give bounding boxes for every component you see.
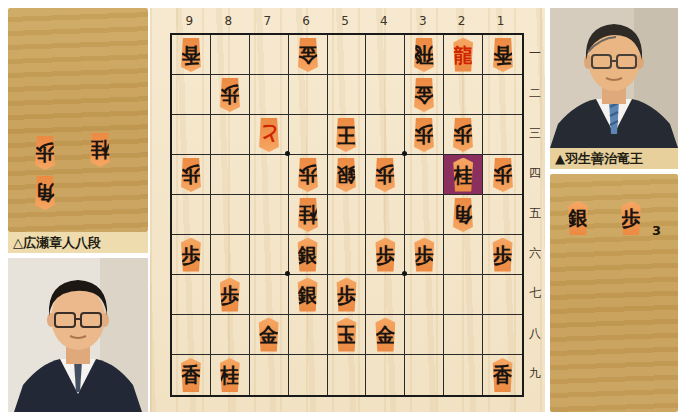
rank-label-八: 八 bbox=[527, 313, 543, 353]
square-2一[interactable]: 龍 bbox=[444, 35, 483, 75]
hoshi-dot bbox=[285, 271, 290, 276]
square-6五[interactable]: 桂 bbox=[289, 195, 328, 235]
shogi-board: 香金飛龍香歩金と王歩歩歩歩銀歩桂歩桂角歩銀歩歩歩歩銀歩金玉金香桂香 bbox=[170, 33, 524, 397]
piece-桂[interactable]: 桂 bbox=[293, 198, 323, 232]
square-9四[interactable]: 歩 bbox=[172, 155, 211, 195]
piece-香[interactable]: 香 bbox=[488, 358, 518, 392]
piece-歩[interactable]: 歩 bbox=[370, 238, 400, 272]
piece-金[interactable]: 金 bbox=[370, 318, 400, 352]
square-8四[interactable] bbox=[211, 155, 250, 195]
square-2七[interactable] bbox=[444, 275, 483, 315]
rank-label-六: 六 bbox=[527, 233, 543, 273]
piece-金[interactable]: 金 bbox=[409, 78, 439, 112]
hand-piece-歩[interactable]: 歩 bbox=[30, 136, 60, 170]
square-5二[interactable] bbox=[328, 75, 367, 115]
hand-piece-銀[interactable]: 銀 bbox=[563, 201, 593, 235]
square-1八[interactable] bbox=[483, 315, 522, 355]
square-1六[interactable]: 歩 bbox=[483, 235, 522, 275]
piece-と[interactable]: と bbox=[254, 118, 284, 152]
gote-player-label: △広瀬章人八段 bbox=[8, 232, 148, 253]
square-9七[interactable] bbox=[172, 275, 211, 315]
square-7二[interactable] bbox=[250, 75, 289, 115]
square-5一[interactable] bbox=[328, 35, 367, 75]
piece-金[interactable]: 金 bbox=[293, 38, 323, 72]
piece-玉[interactable]: 玉 bbox=[331, 318, 361, 352]
square-2四[interactable]: 桂 bbox=[444, 155, 483, 195]
gote-hand-stand: 歩桂角 bbox=[8, 8, 148, 232]
square-2八[interactable] bbox=[444, 315, 483, 355]
square-2九[interactable] bbox=[444, 355, 483, 395]
file-label-9: 9 bbox=[170, 14, 209, 32]
square-2二[interactable] bbox=[444, 75, 483, 115]
file-label-4: 4 bbox=[364, 14, 403, 32]
hand-piece-count: 3 bbox=[652, 223, 661, 238]
hoshi-dot bbox=[402, 151, 407, 156]
square-8二[interactable]: 歩 bbox=[211, 75, 250, 115]
square-6八[interactable] bbox=[289, 315, 328, 355]
piece-角[interactable]: 角 bbox=[448, 198, 478, 232]
square-5九[interactable] bbox=[328, 355, 367, 395]
square-7八[interactable]: 金 bbox=[250, 315, 289, 355]
square-6二[interactable] bbox=[289, 75, 328, 115]
gote-player-photo bbox=[8, 258, 148, 412]
sente-player-photo bbox=[550, 8, 678, 148]
square-4六[interactable]: 歩 bbox=[366, 235, 405, 275]
file-label-2: 2 bbox=[442, 14, 481, 32]
square-2三[interactable]: 歩 bbox=[444, 115, 483, 155]
square-1三[interactable] bbox=[483, 115, 522, 155]
file-label-1: 1 bbox=[481, 14, 520, 32]
square-6六[interactable]: 銀 bbox=[289, 235, 328, 275]
square-5七[interactable]: 歩 bbox=[328, 275, 367, 315]
rank-label-九: 九 bbox=[527, 353, 543, 393]
square-3五[interactable] bbox=[405, 195, 444, 235]
square-4三[interactable] bbox=[366, 115, 405, 155]
piece-歩[interactable]: 歩 bbox=[176, 158, 206, 192]
square-3九[interactable] bbox=[405, 355, 444, 395]
piece-銀[interactable]: 銀 bbox=[293, 238, 323, 272]
square-9六[interactable]: 歩 bbox=[172, 235, 211, 275]
file-label-6: 6 bbox=[287, 14, 326, 32]
piece-香[interactable]: 香 bbox=[176, 38, 206, 72]
piece-王[interactable]: 王 bbox=[331, 118, 361, 152]
hand-piece-桂[interactable]: 桂 bbox=[85, 133, 115, 167]
square-6三[interactable] bbox=[289, 115, 328, 155]
square-1四[interactable]: 歩 bbox=[483, 155, 522, 195]
piece-歩[interactable]: 歩 bbox=[176, 238, 206, 272]
rank-label-四: 四 bbox=[527, 153, 543, 193]
rank-coordinates: 一二三四五六七八九 bbox=[527, 33, 543, 393]
file-label-3: 3 bbox=[403, 14, 442, 32]
square-3三[interactable]: 歩 bbox=[405, 115, 444, 155]
piece-歩[interactable]: 歩 bbox=[215, 278, 245, 312]
square-5六[interactable] bbox=[328, 235, 367, 275]
rank-label-一: 一 bbox=[527, 33, 543, 73]
piece-桂[interactable]: 桂 bbox=[215, 358, 245, 392]
rank-label-五: 五 bbox=[527, 193, 543, 233]
file-coordinates: 987654321 bbox=[170, 14, 520, 32]
square-9五[interactable] bbox=[172, 195, 211, 235]
shogi-broadcast-view: 歩桂角 △広瀬章人八段 987654321 一二三四五六七八九 香金飛龍香歩金と… bbox=[0, 0, 686, 420]
square-9二[interactable] bbox=[172, 75, 211, 115]
piece-歩[interactable]: 歩 bbox=[409, 238, 439, 272]
sente-player-label: ▲羽生善治竜王 bbox=[550, 148, 678, 169]
file-label-5: 5 bbox=[326, 14, 365, 32]
square-7四[interactable] bbox=[250, 155, 289, 195]
square-8一[interactable] bbox=[211, 35, 250, 75]
square-3四[interactable] bbox=[405, 155, 444, 195]
board-panel: 987654321 一二三四五六七八九 香金飛龍香歩金と王歩歩歩歩銀歩桂歩桂角歩… bbox=[150, 8, 545, 412]
piece-銀[interactable]: 銀 bbox=[331, 158, 361, 192]
square-7五[interactable] bbox=[250, 195, 289, 235]
piece-飛[interactable]: 飛 bbox=[409, 38, 439, 72]
square-7三[interactable]: と bbox=[250, 115, 289, 155]
square-3六[interactable]: 歩 bbox=[405, 235, 444, 275]
piece-歩[interactable]: 歩 bbox=[370, 158, 400, 192]
square-6九[interactable] bbox=[289, 355, 328, 395]
square-4一[interactable] bbox=[366, 35, 405, 75]
gote-portrait-illustration bbox=[8, 258, 148, 412]
piece-香[interactable]: 香 bbox=[488, 38, 518, 72]
square-1二[interactable] bbox=[483, 75, 522, 115]
square-1五[interactable] bbox=[483, 195, 522, 235]
square-8五[interactable] bbox=[211, 195, 250, 235]
square-4七[interactable] bbox=[366, 275, 405, 315]
square-6一[interactable]: 金 bbox=[289, 35, 328, 75]
piece-歩[interactable]: 歩 bbox=[488, 158, 518, 192]
square-7一[interactable] bbox=[250, 35, 289, 75]
square-8六[interactable] bbox=[211, 235, 250, 275]
piece-歩[interactable]: 歩 bbox=[488, 238, 518, 272]
file-label-8: 8 bbox=[209, 14, 248, 32]
square-7九[interactable] bbox=[250, 355, 289, 395]
hoshi-dot bbox=[285, 151, 290, 156]
square-2六[interactable] bbox=[444, 235, 483, 275]
piece-金[interactable]: 金 bbox=[254, 318, 284, 352]
square-9三[interactable] bbox=[172, 115, 211, 155]
square-7七[interactable] bbox=[250, 275, 289, 315]
square-4五[interactable] bbox=[366, 195, 405, 235]
square-8八[interactable] bbox=[211, 315, 250, 355]
square-6四[interactable]: 歩 bbox=[289, 155, 328, 195]
square-5四[interactable]: 銀 bbox=[328, 155, 367, 195]
square-8七[interactable]: 歩 bbox=[211, 275, 250, 315]
square-3二[interactable]: 金 bbox=[405, 75, 444, 115]
piece-歩[interactable]: 歩 bbox=[215, 78, 245, 112]
hand-piece-歩[interactable]: 歩 bbox=[616, 201, 646, 235]
square-1一[interactable]: 香 bbox=[483, 35, 522, 75]
square-9九[interactable]: 香 bbox=[172, 355, 211, 395]
piece-桂[interactable]: 桂 bbox=[448, 158, 478, 192]
square-8三[interactable] bbox=[211, 115, 250, 155]
piece-歩[interactable]: 歩 bbox=[448, 118, 478, 152]
square-5八[interactable]: 玉 bbox=[328, 315, 367, 355]
piece-歩[interactable]: 歩 bbox=[331, 278, 361, 312]
square-7六[interactable] bbox=[250, 235, 289, 275]
square-1九[interactable]: 香 bbox=[483, 355, 522, 395]
square-9一[interactable]: 香 bbox=[172, 35, 211, 75]
piece-龍[interactable]: 龍 bbox=[448, 38, 478, 72]
square-4九[interactable] bbox=[366, 355, 405, 395]
square-9八[interactable] bbox=[172, 315, 211, 355]
square-3八[interactable] bbox=[405, 315, 444, 355]
hoshi-dot bbox=[402, 271, 407, 276]
square-4八[interactable]: 金 bbox=[366, 315, 405, 355]
square-5三[interactable]: 王 bbox=[328, 115, 367, 155]
piece-銀[interactable]: 銀 bbox=[293, 278, 323, 312]
rank-label-七: 七 bbox=[527, 273, 543, 313]
rank-label-三: 三 bbox=[527, 113, 543, 153]
square-3七[interactable] bbox=[405, 275, 444, 315]
file-label-7: 7 bbox=[248, 14, 287, 32]
piece-香[interactable]: 香 bbox=[176, 358, 206, 392]
piece-歩[interactable]: 歩 bbox=[409, 118, 439, 152]
square-8九[interactable]: 桂 bbox=[211, 355, 250, 395]
sente-hand-stand: 銀歩3 bbox=[550, 174, 678, 412]
square-4四[interactable]: 歩 bbox=[366, 155, 405, 195]
square-4二[interactable] bbox=[366, 75, 405, 115]
piece-歩[interactable]: 歩 bbox=[293, 158, 323, 192]
square-5五[interactable] bbox=[328, 195, 367, 235]
square-1七[interactable] bbox=[483, 275, 522, 315]
sente-portrait-illustration bbox=[550, 8, 678, 148]
square-3一[interactable]: 飛 bbox=[405, 35, 444, 75]
rank-label-二: 二 bbox=[527, 73, 543, 113]
square-6七[interactable]: 銀 bbox=[289, 275, 328, 315]
hand-piece-角[interactable]: 角 bbox=[30, 176, 60, 210]
square-2五[interactable]: 角 bbox=[444, 195, 483, 235]
